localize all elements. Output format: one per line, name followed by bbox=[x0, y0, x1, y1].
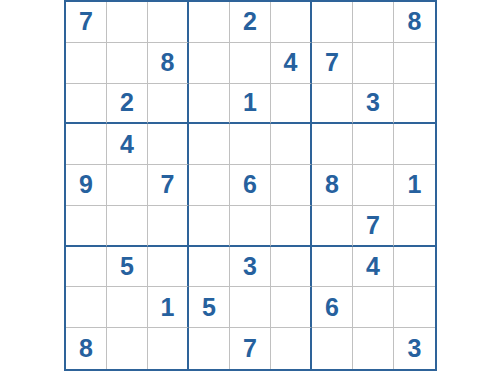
sudoku-cell[interactable] bbox=[189, 124, 230, 165]
sudoku-cell[interactable] bbox=[353, 287, 394, 328]
sudoku-cell[interactable]: 8 bbox=[148, 43, 189, 84]
sudoku-cell[interactable]: 7 bbox=[312, 43, 353, 84]
given-digit: 6 bbox=[325, 295, 339, 320]
sudoku-cell[interactable]: 5 bbox=[107, 247, 148, 288]
sudoku-cell[interactable] bbox=[66, 124, 107, 165]
sudoku-cell[interactable] bbox=[107, 165, 148, 206]
sudoku-cell[interactable] bbox=[353, 165, 394, 206]
sudoku-cell[interactable] bbox=[107, 328, 148, 369]
given-digit: 3 bbox=[243, 254, 257, 279]
sudoku-cell[interactable] bbox=[312, 84, 353, 125]
sudoku-cell[interactable]: 7 bbox=[353, 206, 394, 247]
sudoku-cell[interactable] bbox=[271, 287, 312, 328]
given-digit: 4 bbox=[120, 132, 134, 157]
sudoku-cell[interactable] bbox=[271, 2, 312, 43]
given-digit: 3 bbox=[366, 90, 380, 115]
given-digit: 9 bbox=[79, 172, 93, 197]
sudoku-cell[interactable] bbox=[66, 287, 107, 328]
sudoku-cell[interactable]: 7 bbox=[66, 2, 107, 43]
sudoku-cell[interactable] bbox=[148, 124, 189, 165]
sudoku-cell[interactable] bbox=[66, 206, 107, 247]
sudoku-cell[interactable]: 1 bbox=[394, 165, 435, 206]
given-digit: 7 bbox=[161, 172, 175, 197]
given-digit: 7 bbox=[79, 9, 93, 34]
sudoku-cell[interactable]: 6 bbox=[230, 165, 271, 206]
sudoku-cell[interactable] bbox=[394, 247, 435, 288]
sudoku-cell[interactable] bbox=[353, 43, 394, 84]
sudoku-cell[interactable] bbox=[271, 206, 312, 247]
sudoku-board: 7288472134976817534156873 bbox=[64, 0, 437, 371]
sudoku-cell[interactable]: 9 bbox=[66, 165, 107, 206]
sudoku-cell[interactable] bbox=[189, 247, 230, 288]
given-digit: 8 bbox=[79, 336, 93, 361]
sudoku-cell[interactable]: 3 bbox=[353, 84, 394, 125]
sudoku-cell[interactable] bbox=[394, 287, 435, 328]
given-digit: 3 bbox=[408, 336, 422, 361]
sudoku-cell[interactable] bbox=[353, 328, 394, 369]
sudoku-cell[interactable] bbox=[189, 84, 230, 125]
sudoku-cell[interactable] bbox=[107, 43, 148, 84]
sudoku-cell[interactable]: 7 bbox=[148, 165, 189, 206]
sudoku-cell[interactable] bbox=[394, 43, 435, 84]
given-digit: 6 bbox=[243, 172, 257, 197]
sudoku-cell[interactable] bbox=[394, 124, 435, 165]
sudoku-cell[interactable] bbox=[66, 84, 107, 125]
sudoku-cell[interactable] bbox=[312, 247, 353, 288]
sudoku-cell[interactable] bbox=[148, 206, 189, 247]
sudoku-cell[interactable] bbox=[148, 2, 189, 43]
sudoku-cell[interactable]: 6 bbox=[312, 287, 353, 328]
sudoku-cell[interactable] bbox=[107, 287, 148, 328]
sudoku-cell[interactable] bbox=[66, 43, 107, 84]
sudoku-cell[interactable] bbox=[189, 2, 230, 43]
sudoku-cell[interactable] bbox=[148, 328, 189, 369]
sudoku-cell[interactable] bbox=[66, 247, 107, 288]
sudoku-cell[interactable] bbox=[312, 328, 353, 369]
sudoku-cell[interactable] bbox=[189, 43, 230, 84]
sudoku-cell[interactable] bbox=[312, 2, 353, 43]
given-digit: 5 bbox=[120, 254, 134, 279]
given-digit: 2 bbox=[120, 90, 134, 115]
sudoku-cell[interactable] bbox=[189, 206, 230, 247]
sudoku-cell[interactable]: 3 bbox=[394, 328, 435, 369]
given-digit: 4 bbox=[284, 50, 298, 75]
sudoku-cell[interactable]: 8 bbox=[312, 165, 353, 206]
sudoku-cell[interactable] bbox=[271, 247, 312, 288]
sudoku-cell[interactable] bbox=[271, 165, 312, 206]
sudoku-cell[interactable] bbox=[230, 206, 271, 247]
sudoku-cell[interactable] bbox=[148, 84, 189, 125]
sudoku-cell[interactable] bbox=[107, 2, 148, 43]
given-digit: 7 bbox=[243, 336, 257, 361]
sudoku-cell[interactable] bbox=[353, 2, 394, 43]
given-digit: 1 bbox=[243, 90, 257, 115]
sudoku-cell[interactable]: 4 bbox=[107, 124, 148, 165]
sudoku-cell[interactable]: 8 bbox=[394, 2, 435, 43]
given-digit: 8 bbox=[325, 172, 339, 197]
given-digit: 7 bbox=[325, 50, 339, 75]
given-digit: 1 bbox=[161, 295, 175, 320]
sudoku-cell[interactable] bbox=[230, 43, 271, 84]
given-digit: 1 bbox=[408, 172, 422, 197]
sudoku-cell[interactable] bbox=[271, 124, 312, 165]
given-digit: 2 bbox=[243, 9, 257, 34]
sudoku-cell[interactable] bbox=[312, 124, 353, 165]
sudoku-cell[interactable]: 2 bbox=[107, 84, 148, 125]
sudoku-cell[interactable] bbox=[271, 84, 312, 125]
given-digit: 7 bbox=[366, 213, 380, 238]
given-digit: 4 bbox=[366, 254, 380, 279]
sudoku-cell[interactable] bbox=[107, 206, 148, 247]
given-digit: 8 bbox=[161, 50, 175, 75]
sudoku-cell[interactable] bbox=[394, 84, 435, 125]
sudoku-cell[interactable]: 4 bbox=[271, 43, 312, 84]
sudoku-cell[interactable]: 2 bbox=[230, 2, 271, 43]
sudoku-cell[interactable] bbox=[189, 328, 230, 369]
sudoku-cell[interactable] bbox=[353, 124, 394, 165]
given-digit: 5 bbox=[202, 295, 216, 320]
sudoku-cell[interactable] bbox=[394, 206, 435, 247]
page-background: 7288472134976817534156873 bbox=[0, 0, 500, 375]
sudoku-cell[interactable] bbox=[189, 165, 230, 206]
sudoku-cell[interactable] bbox=[312, 206, 353, 247]
sudoku-cell[interactable] bbox=[230, 287, 271, 328]
sudoku-cell[interactable]: 1 bbox=[148, 287, 189, 328]
sudoku-cell[interactable] bbox=[271, 328, 312, 369]
given-digit: 8 bbox=[408, 9, 422, 34]
sudoku-cell[interactable]: 8 bbox=[66, 328, 107, 369]
sudoku-cell[interactable] bbox=[148, 247, 189, 288]
sudoku-cell[interactable]: 1 bbox=[230, 84, 271, 125]
sudoku-cell[interactable]: 5 bbox=[189, 287, 230, 328]
sudoku-cell[interactable] bbox=[230, 124, 271, 165]
sudoku-cell[interactable]: 7 bbox=[230, 328, 271, 369]
sudoku-cell[interactable]: 3 bbox=[230, 247, 271, 288]
sudoku-cell[interactable]: 4 bbox=[353, 247, 394, 288]
